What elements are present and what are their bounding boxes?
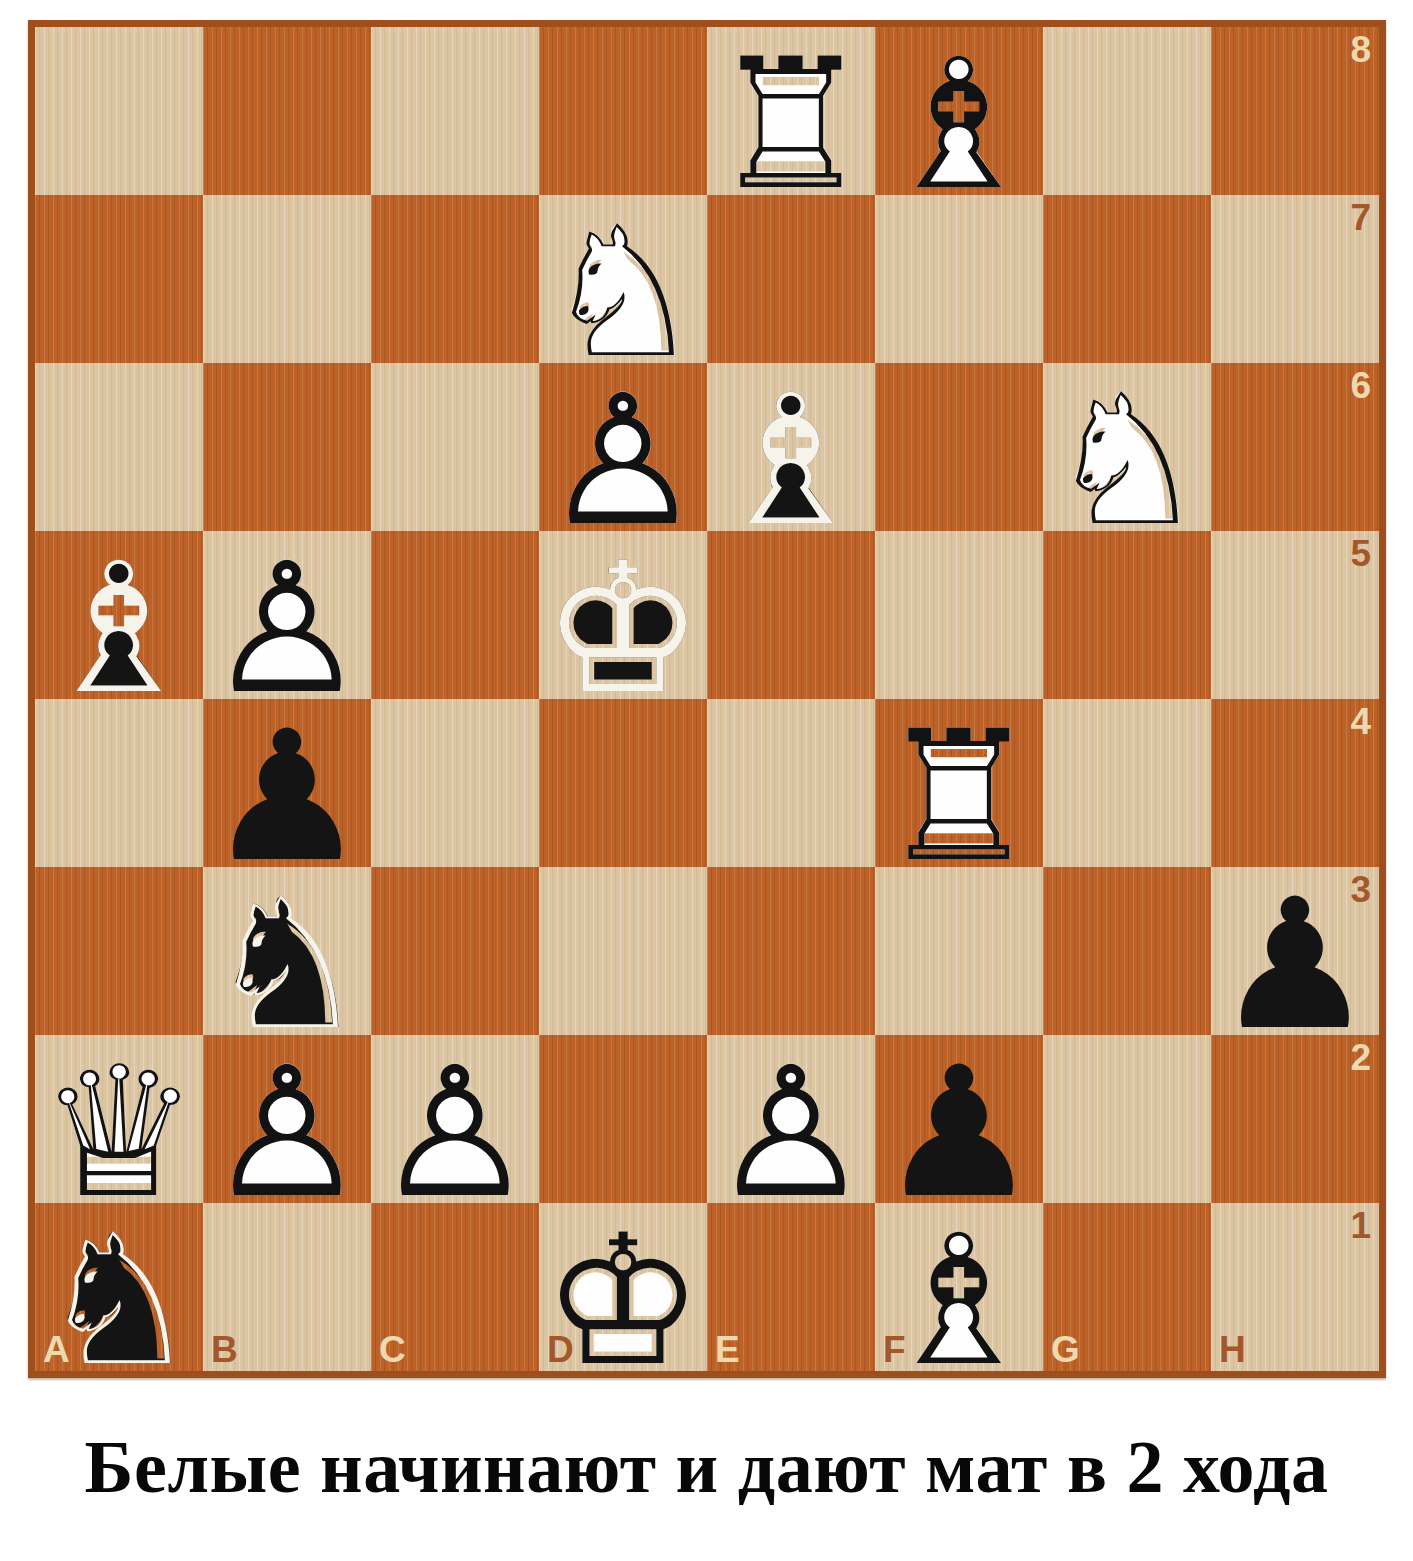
board-grid: ♜♖♝♗8♞♘7♟♙♝♗♞♘6♝♗♟♙♚♔5♟♜♖4♞♘♟3♛♕♟♙♟♙♟♙♟2… [35, 27, 1379, 1371]
square-g3 [1043, 867, 1211, 1035]
square-a5: ♝♗ [35, 531, 203, 699]
square-g7 [1043, 195, 1211, 363]
square-f7 [875, 195, 1043, 363]
square-g5 [1043, 531, 1211, 699]
square-h2: 2 [1211, 1035, 1379, 1203]
square-a3 [35, 867, 203, 1035]
white-pawn-e2: ♟♙ [707, 1049, 875, 1217]
square-g2 [1043, 1035, 1211, 1203]
piece-outline-glyph: ♗ [35, 545, 203, 713]
white-bishop-f8: ♝♗ [875, 41, 1043, 209]
square-e3 [707, 867, 875, 1035]
file-label-A: A [43, 1331, 70, 1368]
square-d1: ♚♔D [539, 1203, 707, 1371]
piece-fill-glyph: ♟ [203, 713, 371, 881]
square-h6: 6 [1211, 363, 1379, 531]
square-a7 [35, 195, 203, 363]
square-b1: B [203, 1203, 371, 1371]
white-rook-f4: ♜♖ [875, 713, 1043, 881]
piece-outline-glyph: ♗ [707, 377, 875, 545]
square-g6: ♞♘ [1043, 363, 1211, 531]
piece-outline-glyph: ♘ [539, 209, 707, 377]
square-d6: ♟♙ [539, 363, 707, 531]
square-c4 [371, 699, 539, 867]
square-b6 [203, 363, 371, 531]
square-b3: ♞♘ [203, 867, 371, 1035]
square-a4 [35, 699, 203, 867]
rank-label-1: 1 [1350, 1207, 1371, 1244]
white-queen-a2: ♛♕ [35, 1049, 203, 1217]
piece-outline-glyph: ♙ [203, 545, 371, 713]
rank-label-2: 2 [1350, 1039, 1371, 1076]
white-knight-d7: ♞♘ [539, 209, 707, 377]
square-d7: ♞♘ [539, 195, 707, 363]
square-d2 [539, 1035, 707, 1203]
square-b7 [203, 195, 371, 363]
rank-label-6: 6 [1350, 367, 1371, 404]
square-h4: 4 [1211, 699, 1379, 867]
square-c2: ♟♙ [371, 1035, 539, 1203]
square-e6: ♝♗ [707, 363, 875, 531]
file-label-B: B [211, 1331, 238, 1368]
file-label-D: D [547, 1331, 574, 1368]
piece-outline-glyph: ♗ [875, 41, 1043, 209]
black-king-d5: ♚♔ [539, 545, 707, 713]
square-d5: ♚♔ [539, 531, 707, 699]
piece-outline-glyph: ♖ [875, 713, 1043, 881]
square-e1: E [707, 1203, 875, 1371]
black-bishop-a5: ♝♗ [35, 545, 203, 713]
piece-outline-glyph: ♔ [539, 545, 707, 713]
piece-outline-glyph: ♕ [35, 1049, 203, 1217]
square-d3 [539, 867, 707, 1035]
puzzle-caption: Белые начинают и дают мат в 2 хода [0, 1425, 1413, 1510]
square-f4: ♜♖ [875, 699, 1043, 867]
black-bishop-e6: ♝♗ [707, 377, 875, 545]
black-pawn-b4: ♟ [203, 713, 371, 881]
square-g1: G [1043, 1203, 1211, 1371]
file-label-G: G [1051, 1331, 1080, 1368]
rank-label-8: 8 [1350, 31, 1371, 68]
square-e4 [707, 699, 875, 867]
square-a2: ♛♕ [35, 1035, 203, 1203]
square-b8 [203, 27, 371, 195]
piece-outline-glyph: ♙ [707, 1049, 875, 1217]
file-label-F: F [883, 1331, 906, 1368]
piece-outline-glyph: ♖ [707, 41, 875, 209]
piece-outline-glyph: ♙ [371, 1049, 539, 1217]
square-c8 [371, 27, 539, 195]
square-h3: ♟3 [1211, 867, 1379, 1035]
square-c5 [371, 531, 539, 699]
square-a8 [35, 27, 203, 195]
file-label-E: E [715, 1331, 740, 1368]
square-c6 [371, 363, 539, 531]
rank-label-5: 5 [1350, 535, 1371, 572]
square-e2: ♟♙ [707, 1035, 875, 1203]
square-d4 [539, 699, 707, 867]
square-b5: ♟♙ [203, 531, 371, 699]
piece-outline-glyph: ♙ [203, 1049, 371, 1217]
rank-label-4: 4 [1350, 703, 1371, 740]
square-f8: ♝♗ [875, 27, 1043, 195]
square-a1: ♞♘A [35, 1203, 203, 1371]
square-e7 [707, 195, 875, 363]
black-knight-b3: ♞♘ [203, 881, 371, 1049]
square-e5 [707, 531, 875, 699]
piece-fill-glyph: ♟ [875, 1049, 1043, 1217]
square-h5: 5 [1211, 531, 1379, 699]
rank-label-7: 7 [1350, 199, 1371, 236]
square-h1: H1 [1211, 1203, 1379, 1371]
white-pawn-c2: ♟♙ [371, 1049, 539, 1217]
square-e8: ♜♖ [707, 27, 875, 195]
file-label-C: C [379, 1331, 406, 1368]
white-pawn-d6: ♟♙ [539, 377, 707, 545]
square-b2: ♟♙ [203, 1035, 371, 1203]
square-g4 [1043, 699, 1211, 867]
square-d8 [539, 27, 707, 195]
white-knight-g6: ♞♘ [1043, 377, 1211, 545]
square-c1: C [371, 1203, 539, 1371]
square-f6 [875, 363, 1043, 531]
square-c3 [371, 867, 539, 1035]
white-rook-e8: ♜♖ [707, 41, 875, 209]
black-pawn-f2: ♟ [875, 1049, 1043, 1217]
square-f2: ♟ [875, 1035, 1043, 1203]
rank-label-3: 3 [1350, 871, 1371, 908]
square-c7 [371, 195, 539, 363]
square-b4: ♟ [203, 699, 371, 867]
square-f1: ♝♗F [875, 1203, 1043, 1371]
square-h8: 8 [1211, 27, 1379, 195]
square-f5 [875, 531, 1043, 699]
square-a6 [35, 363, 203, 531]
piece-outline-glyph: ♘ [1043, 377, 1211, 545]
square-f3 [875, 867, 1043, 1035]
square-h7: 7 [1211, 195, 1379, 363]
square-g8 [1043, 27, 1211, 195]
chessboard: ♜♖♝♗8♞♘7♟♙♝♗♞♘6♝♗♟♙♚♔5♟♜♖4♞♘♟3♛♕♟♙♟♙♟♙♟2… [28, 20, 1386, 1378]
white-pawn-b2: ♟♙ [203, 1049, 371, 1217]
file-label-H: H [1219, 1331, 1246, 1368]
piece-outline-glyph: ♙ [539, 377, 707, 545]
piece-outline-glyph: ♘ [203, 881, 371, 1049]
white-pawn-b5: ♟♙ [203, 545, 371, 713]
